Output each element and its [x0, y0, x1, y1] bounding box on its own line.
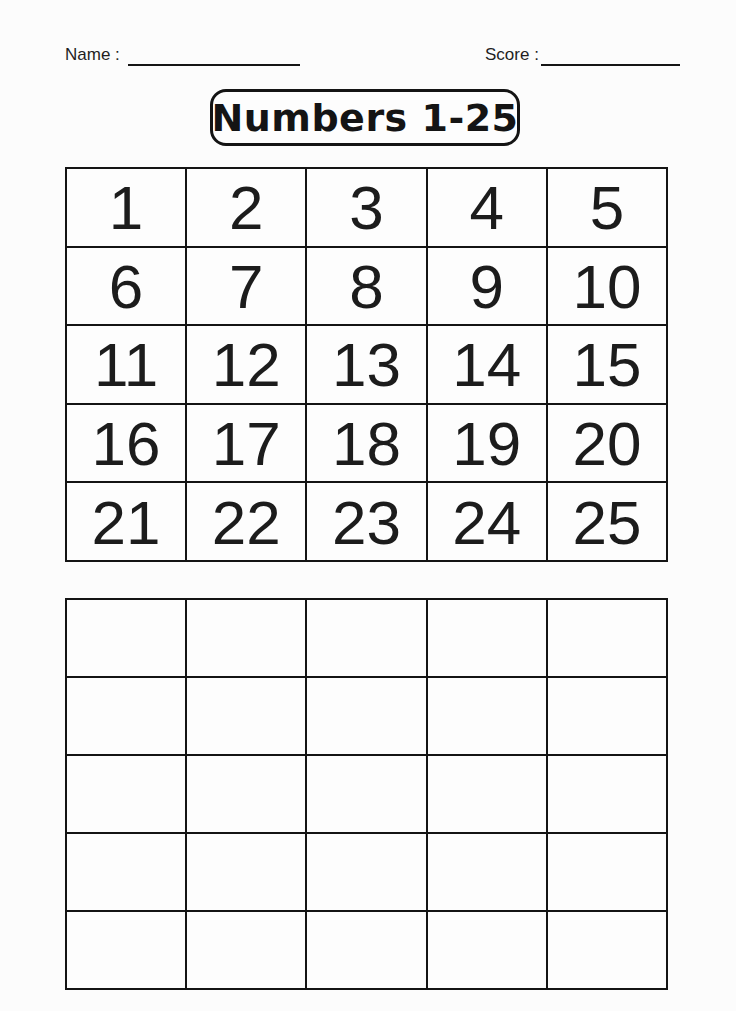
practice-cell[interactable]	[187, 756, 305, 832]
number-cell-23: 23	[307, 483, 425, 560]
practice-cell[interactable]	[187, 678, 305, 754]
number-cell-3: 3	[307, 169, 425, 246]
practice-cell[interactable]	[548, 912, 666, 988]
practice-cell[interactable]	[548, 834, 666, 910]
number-cell-20: 20	[548, 405, 666, 482]
practice-cell[interactable]	[67, 600, 185, 676]
practice-cell[interactable]	[428, 912, 546, 988]
practice-cell[interactable]	[187, 912, 305, 988]
score-blank-line[interactable]	[541, 47, 680, 66]
worksheet-page: Name : Score : Numbers 1-25 123456789101…	[0, 0, 736, 1011]
number-cell-6: 6	[67, 248, 185, 325]
practice-grid	[65, 598, 668, 990]
number-cell-25: 25	[548, 483, 666, 560]
practice-cell[interactable]	[307, 678, 425, 754]
practice-cell[interactable]	[548, 756, 666, 832]
practice-cell[interactable]	[187, 834, 305, 910]
number-cell-5: 5	[548, 169, 666, 246]
practice-cell[interactable]	[428, 834, 546, 910]
number-cell-2: 2	[187, 169, 305, 246]
number-cell-9: 9	[428, 248, 546, 325]
practice-cell[interactable]	[428, 678, 546, 754]
practice-cell[interactable]	[67, 678, 185, 754]
score-field: Score :	[485, 46, 680, 66]
page-title: Numbers 1-25	[211, 96, 518, 140]
practice-cell[interactable]	[67, 756, 185, 832]
practice-cell[interactable]	[307, 756, 425, 832]
number-cell-12: 12	[187, 326, 305, 403]
number-cell-21: 21	[67, 483, 185, 560]
number-cell-10: 10	[548, 248, 666, 325]
number-cell-7: 7	[187, 248, 305, 325]
practice-cell[interactable]	[67, 834, 185, 910]
number-cell-8: 8	[307, 248, 425, 325]
number-cell-18: 18	[307, 405, 425, 482]
number-cell-19: 19	[428, 405, 546, 482]
practice-cell[interactable]	[548, 678, 666, 754]
number-cell-11: 11	[67, 326, 185, 403]
practice-cell[interactable]	[67, 912, 185, 988]
number-cell-22: 22	[187, 483, 305, 560]
practice-cell[interactable]	[307, 600, 425, 676]
number-cell-13: 13	[307, 326, 425, 403]
number-cell-17: 17	[187, 405, 305, 482]
numbers-grid: 1234567891011121314151617181920212223242…	[65, 167, 668, 562]
number-cell-15: 15	[548, 326, 666, 403]
score-label: Score :	[485, 46, 539, 66]
number-cell-24: 24	[428, 483, 546, 560]
number-cell-1: 1	[67, 169, 185, 246]
number-cell-16: 16	[67, 405, 185, 482]
number-cell-14: 14	[428, 326, 546, 403]
practice-cell[interactable]	[428, 600, 546, 676]
number-cell-4: 4	[428, 169, 546, 246]
practice-cell[interactable]	[307, 912, 425, 988]
practice-cell[interactable]	[307, 834, 425, 910]
practice-cell[interactable]	[187, 600, 305, 676]
name-blank-line[interactable]	[128, 47, 300, 66]
title-box: Numbers 1-25	[210, 89, 520, 146]
practice-cell[interactable]	[428, 756, 546, 832]
practice-cell[interactable]	[548, 600, 666, 676]
name-field: Name :	[65, 46, 300, 66]
name-label: Name :	[65, 46, 120, 66]
